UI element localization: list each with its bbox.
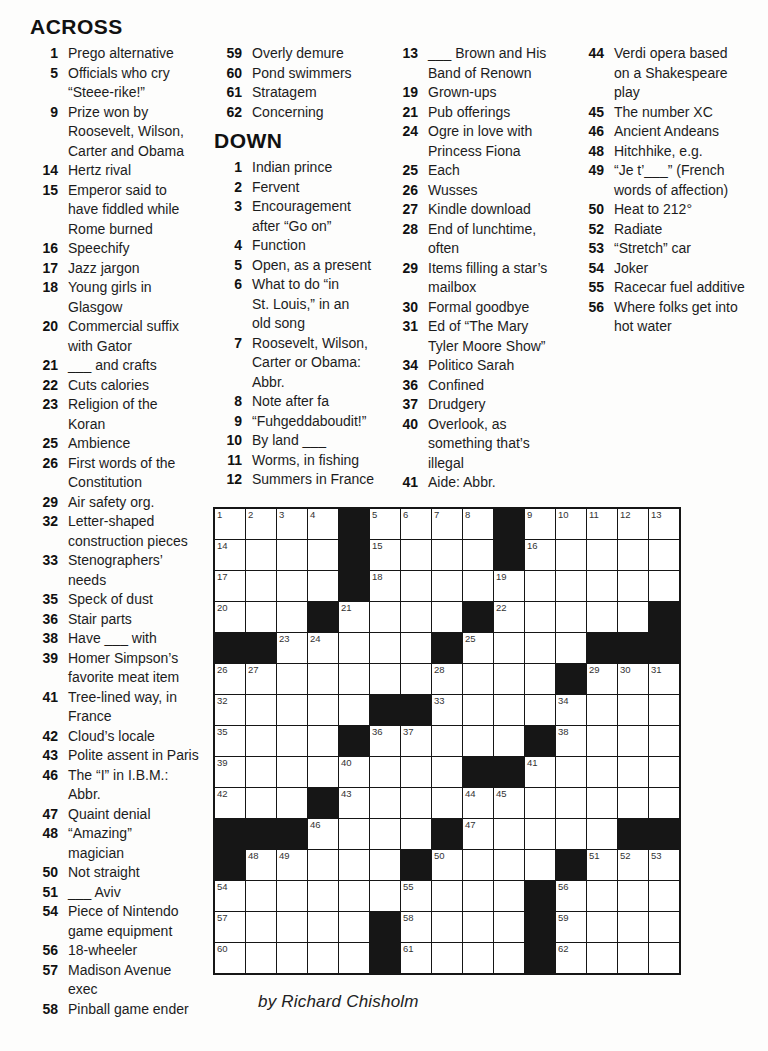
cell-number: 24 bbox=[310, 633, 321, 644]
grid-cell[interactable]: 23 bbox=[277, 633, 307, 663]
clue-item: 29Air safety org. bbox=[30, 493, 222, 513]
cell-number: 18 bbox=[372, 571, 383, 582]
grid-cell[interactable] bbox=[308, 664, 338, 694]
clue-text: Religion of the Koran bbox=[68, 395, 222, 434]
clue-number: 28 bbox=[390, 220, 418, 240]
cell-number: 25 bbox=[465, 633, 476, 644]
grid-cell[interactable] bbox=[339, 881, 369, 911]
grid-cell[interactable] bbox=[463, 695, 493, 725]
grid-cell[interactable] bbox=[308, 540, 338, 570]
clue-text: Hitchhike, e.g. bbox=[614, 142, 768, 162]
grid-cell[interactable] bbox=[339, 664, 369, 694]
grid-cell[interactable] bbox=[463, 881, 493, 911]
grid-cell[interactable] bbox=[339, 633, 369, 663]
cell-number: 33 bbox=[434, 695, 445, 706]
clue-number: 23 bbox=[30, 395, 58, 415]
clue-item: 39Homer Simpson’s favorite meat item bbox=[30, 649, 222, 688]
down-clues-part2: 13___ Brown and His Band of Renown19Grow… bbox=[390, 44, 574, 493]
grid-cell[interactable]: 51 bbox=[587, 850, 617, 880]
grid-cell[interactable] bbox=[339, 819, 369, 849]
grid-cell[interactable] bbox=[494, 726, 524, 756]
clue-text: Worms, in fishing bbox=[252, 451, 388, 471]
grid-cell[interactable] bbox=[339, 943, 369, 973]
grid-cell[interactable] bbox=[556, 757, 586, 787]
clue-item: 18Young girls in Glasgow bbox=[30, 278, 222, 317]
cell-number: 57 bbox=[217, 912, 228, 923]
clue-text: Heat to 212° bbox=[614, 200, 768, 220]
grid-cell[interactable] bbox=[494, 633, 524, 663]
grid-cell[interactable] bbox=[308, 757, 338, 787]
clue-number: 46 bbox=[30, 766, 58, 786]
grid-cell-black bbox=[339, 571, 369, 601]
grid-cell[interactable]: 52 bbox=[618, 850, 648, 880]
grid-cell[interactable] bbox=[556, 571, 586, 601]
grid-cell[interactable] bbox=[525, 664, 555, 694]
grid-cell[interactable]: 19 bbox=[494, 571, 524, 601]
clue-item: 61Stratagem bbox=[214, 83, 388, 103]
grid-cell[interactable] bbox=[401, 788, 431, 818]
grid-cell[interactable] bbox=[277, 726, 307, 756]
grid-cell[interactable]: 41 bbox=[525, 757, 555, 787]
clue-number: 36 bbox=[390, 376, 418, 396]
grid-cell[interactable]: 39 bbox=[215, 757, 245, 787]
grid-cell[interactable] bbox=[463, 943, 493, 973]
grid-cell[interactable]: 56 bbox=[556, 881, 586, 911]
grid-cell[interactable] bbox=[277, 943, 307, 973]
grid-cell[interactable] bbox=[525, 788, 555, 818]
grid-cell[interactable] bbox=[618, 881, 648, 911]
clue-item: 49“Je t’___” (French words of affection) bbox=[576, 161, 768, 200]
grid-cell[interactable] bbox=[308, 912, 338, 942]
grid-cell[interactable] bbox=[556, 788, 586, 818]
grid-cell[interactable] bbox=[618, 726, 648, 756]
grid-cell[interactable]: 61 bbox=[401, 943, 431, 973]
grid-cell[interactable]: 47 bbox=[463, 819, 493, 849]
clue-item: 38Have ___ with bbox=[30, 629, 222, 649]
grid-cell[interactable] bbox=[649, 695, 679, 725]
grid-cell[interactable] bbox=[494, 912, 524, 942]
grid-cell[interactable]: 60 bbox=[215, 943, 245, 973]
grid-cell[interactable] bbox=[308, 726, 338, 756]
grid-cell[interactable] bbox=[649, 881, 679, 911]
grid-cell[interactable]: 4 bbox=[308, 509, 338, 539]
grid-cell[interactable] bbox=[370, 850, 400, 880]
grid-cell[interactable] bbox=[649, 912, 679, 942]
clue-number: 39 bbox=[30, 649, 58, 669]
clue-text: Verdi opera based on a Shakespeare play bbox=[614, 44, 768, 103]
clue-number: 56 bbox=[30, 941, 58, 961]
clue-item: 33Stenographers’ needs bbox=[30, 551, 222, 590]
grid-cell[interactable]: 38 bbox=[556, 726, 586, 756]
clue-text: Open, as a present bbox=[252, 256, 388, 276]
grid-cell[interactable]: 26 bbox=[215, 664, 245, 694]
grid-cell[interactable] bbox=[494, 664, 524, 694]
grid-cell-black bbox=[370, 695, 400, 725]
grid-cell[interactable] bbox=[370, 881, 400, 911]
grid-cell[interactable] bbox=[401, 819, 431, 849]
clue-text: Pinball game ender bbox=[68, 1000, 222, 1020]
down-header: DOWN bbox=[214, 129, 388, 153]
cell-number: 49 bbox=[279, 850, 290, 861]
grid-cell[interactable] bbox=[246, 695, 276, 725]
grid-cell[interactable] bbox=[432, 571, 462, 601]
grid-cell-black bbox=[308, 602, 338, 632]
grid-cell[interactable] bbox=[432, 943, 462, 973]
grid-cell[interactable] bbox=[339, 912, 369, 942]
cell-number: 39 bbox=[217, 757, 228, 768]
grid-cell-black bbox=[649, 633, 679, 663]
grid-cell[interactable] bbox=[246, 881, 276, 911]
clue-item: 35Speck of dust bbox=[30, 590, 222, 610]
clue-item: 24Ogre in love with Princess Fiona bbox=[390, 122, 574, 161]
clue-number: 20 bbox=[30, 317, 58, 337]
cell-number: 56 bbox=[558, 881, 569, 892]
grid-cell-black bbox=[525, 912, 555, 942]
grid-cell[interactable]: 31 bbox=[649, 664, 679, 694]
grid-cell[interactable]: 28 bbox=[432, 664, 462, 694]
grid-cell[interactable] bbox=[463, 571, 493, 601]
grid-cell[interactable] bbox=[463, 540, 493, 570]
grid-cell[interactable] bbox=[370, 757, 400, 787]
grid-cell[interactable]: 22 bbox=[494, 602, 524, 632]
grid-cell[interactable] bbox=[618, 602, 648, 632]
grid-cell[interactable]: 62 bbox=[556, 943, 586, 973]
grid-cell[interactable] bbox=[494, 819, 524, 849]
grid-cell[interactable] bbox=[432, 602, 462, 632]
grid-cell[interactable] bbox=[618, 943, 648, 973]
grid-cell[interactable]: 20 bbox=[215, 602, 245, 632]
clue-text: Quaint denial bbox=[68, 805, 222, 825]
clue-number: 36 bbox=[30, 610, 58, 630]
clue-column-4: 44Verdi opera based on a Shakespeare pla… bbox=[576, 44, 768, 337]
grid-cell[interactable] bbox=[618, 912, 648, 942]
clue-number: 1 bbox=[214, 158, 242, 178]
grid-cell[interactable]: 17 bbox=[215, 571, 245, 601]
grid-cell[interactable] bbox=[525, 633, 555, 663]
grid-cell[interactable]: 55 bbox=[401, 881, 431, 911]
clue-item: 45The number XC bbox=[576, 103, 768, 123]
clue-number: 50 bbox=[576, 200, 604, 220]
clue-item: 59Overly demure bbox=[214, 44, 388, 64]
crossword-page: { "game": "crossword", "position": { "si… bbox=[0, 0, 768, 1051]
grid-cell[interactable]: 48 bbox=[246, 850, 276, 880]
grid-cell[interactable]: 30 bbox=[618, 664, 648, 694]
grid-cell[interactable]: 34 bbox=[556, 695, 586, 725]
grid-cell[interactable]: 50 bbox=[432, 850, 462, 880]
grid-cell-black bbox=[370, 943, 400, 973]
grid-cell[interactable] bbox=[556, 633, 586, 663]
clue-text: By land ___ bbox=[252, 431, 388, 451]
grid-cell[interactable] bbox=[401, 633, 431, 663]
grid-cell[interactable] bbox=[556, 819, 586, 849]
grid-cell[interactable] bbox=[463, 726, 493, 756]
clue-number: 26 bbox=[390, 181, 418, 201]
cell-number: 30 bbox=[620, 664, 631, 675]
grid-cell[interactable]: 6 bbox=[401, 509, 431, 539]
clue-item: 41Tree-lined way, in France bbox=[30, 688, 222, 727]
grid-cell[interactable] bbox=[556, 602, 586, 632]
grid-cell[interactable]: 40 bbox=[339, 757, 369, 787]
grid-cell[interactable]: 15 bbox=[370, 540, 400, 570]
grid-cell[interactable] bbox=[587, 757, 617, 787]
grid-cell[interactable]: 46 bbox=[308, 819, 338, 849]
grid-cell[interactable] bbox=[494, 943, 524, 973]
grid-cell[interactable] bbox=[618, 788, 648, 818]
grid-cell[interactable] bbox=[618, 571, 648, 601]
clue-text: Drudgery bbox=[428, 395, 574, 415]
clue-number: 6 bbox=[214, 275, 242, 295]
grid-cell[interactable]: 7 bbox=[432, 509, 462, 539]
cell-number: 34 bbox=[558, 695, 569, 706]
grid-cell[interactable] bbox=[587, 726, 617, 756]
grid-cell[interactable]: 12 bbox=[618, 509, 648, 539]
grid-cell[interactable] bbox=[618, 695, 648, 725]
clue-number: 41 bbox=[30, 688, 58, 708]
grid-cell[interactable] bbox=[277, 664, 307, 694]
grid-cell[interactable] bbox=[649, 788, 679, 818]
clue-item: 41Aide: Abbr. bbox=[390, 473, 574, 493]
grid-cell[interactable]: 53 bbox=[649, 850, 679, 880]
grid-cell[interactable] bbox=[246, 602, 276, 632]
clue-item: 13___ Brown and His Band of Renown bbox=[390, 44, 574, 83]
grid-cell[interactable] bbox=[277, 571, 307, 601]
clue-number: 48 bbox=[576, 142, 604, 162]
cell-number: 46 bbox=[310, 819, 321, 830]
grid-cell[interactable]: 24 bbox=[308, 633, 338, 663]
cell-number: 5 bbox=[372, 509, 377, 520]
clue-text: ___ Aviv bbox=[68, 883, 222, 903]
grid-cell[interactable] bbox=[618, 757, 648, 787]
clue-text: Each bbox=[428, 161, 574, 181]
grid-cell[interactable] bbox=[587, 695, 617, 725]
grid-cell[interactable] bbox=[277, 912, 307, 942]
grid-cell[interactable] bbox=[587, 540, 617, 570]
grid-cell[interactable]: 58 bbox=[401, 912, 431, 942]
grid-cell[interactable]: 42 bbox=[215, 788, 245, 818]
grid-cell[interactable] bbox=[246, 788, 276, 818]
cell-number: 8 bbox=[465, 509, 470, 520]
clue-item: 20Commercial suffix with Gator bbox=[30, 317, 222, 356]
cell-number: 27 bbox=[248, 664, 259, 675]
clue-item: 1Indian prince bbox=[214, 158, 388, 178]
clue-number: 34 bbox=[390, 356, 418, 376]
grid-cell[interactable] bbox=[432, 540, 462, 570]
grid-cell[interactable]: 5 bbox=[370, 509, 400, 539]
cell-number: 53 bbox=[651, 850, 662, 861]
clue-text: Letter-shaped construction pieces bbox=[68, 512, 222, 551]
cell-number: 19 bbox=[496, 571, 507, 582]
cell-number: 41 bbox=[527, 757, 538, 768]
grid-cell[interactable]: 25 bbox=[463, 633, 493, 663]
cell-number: 37 bbox=[403, 726, 414, 737]
grid-cell[interactable]: 16 bbox=[525, 540, 555, 570]
grid-cell[interactable] bbox=[587, 943, 617, 973]
clue-text: Air safety org. bbox=[68, 493, 222, 513]
clue-item: 29Items filling a star’s mailbox bbox=[390, 259, 574, 298]
across-clues-part1: 1Prego alternative5Officials who cry “St… bbox=[30, 44, 222, 1019]
grid-cell[interactable] bbox=[246, 757, 276, 787]
grid-cell[interactable] bbox=[308, 943, 338, 973]
grid-cell[interactable]: 37 bbox=[401, 726, 431, 756]
grid-cell[interactable] bbox=[463, 912, 493, 942]
grid-cell[interactable] bbox=[432, 757, 462, 787]
grid-cell[interactable] bbox=[308, 695, 338, 725]
grid-cell[interactable] bbox=[401, 540, 431, 570]
grid-cell[interactable] bbox=[246, 943, 276, 973]
clue-item: 22Cuts calories bbox=[30, 376, 222, 396]
grid-cell[interactable]: 27 bbox=[246, 664, 276, 694]
clue-number: 18 bbox=[30, 278, 58, 298]
clue-item: 21Pub offerings bbox=[390, 103, 574, 123]
grid-cell[interactable] bbox=[494, 695, 524, 725]
grid-cell[interactable] bbox=[277, 540, 307, 570]
grid-cell[interactable]: 9 bbox=[525, 509, 555, 539]
grid-cell-black bbox=[215, 633, 245, 663]
grid-cell[interactable]: 45 bbox=[494, 788, 524, 818]
clue-item: 36Confined bbox=[390, 376, 574, 396]
grid-cell[interactable]: 35 bbox=[215, 726, 245, 756]
grid-cell[interactable]: 13 bbox=[649, 509, 679, 539]
grid-cell[interactable] bbox=[587, 912, 617, 942]
grid-cell[interactable] bbox=[339, 850, 369, 880]
clue-item: 2Fervent bbox=[214, 178, 388, 198]
cell-number: 3 bbox=[279, 509, 284, 520]
cell-number: 26 bbox=[217, 664, 228, 675]
clue-text: Politico Sarah bbox=[428, 356, 574, 376]
grid-cell[interactable] bbox=[246, 571, 276, 601]
grid-cell[interactable]: 18 bbox=[370, 571, 400, 601]
grid-cell[interactable] bbox=[246, 912, 276, 942]
clue-text: Note after fa bbox=[252, 392, 388, 412]
cell-number: 45 bbox=[496, 788, 507, 799]
clue-number: 17 bbox=[30, 259, 58, 279]
cell-number: 60 bbox=[217, 943, 228, 954]
grid-cell[interactable]: 59 bbox=[556, 912, 586, 942]
grid-cell[interactable]: 2 bbox=[246, 509, 276, 539]
grid-cell[interactable] bbox=[587, 819, 617, 849]
grid-cell[interactable]: 1 bbox=[215, 509, 245, 539]
grid-cell[interactable] bbox=[618, 540, 648, 570]
grid-cell[interactable] bbox=[308, 881, 338, 911]
grid-cell[interactable] bbox=[525, 819, 555, 849]
grid-cell[interactable] bbox=[370, 664, 400, 694]
grid-cell[interactable] bbox=[277, 602, 307, 632]
byline: by Richard Chisholm bbox=[258, 992, 419, 1012]
grid-cell[interactable] bbox=[556, 540, 586, 570]
grid-cell[interactable] bbox=[246, 540, 276, 570]
grid-cell[interactable] bbox=[432, 912, 462, 942]
clue-item: 55Racecar fuel additive bbox=[576, 278, 768, 298]
grid-cell[interactable]: 44 bbox=[463, 788, 493, 818]
grid-cell[interactable] bbox=[370, 602, 400, 632]
grid-cell[interactable] bbox=[432, 788, 462, 818]
grid-cell[interactable] bbox=[308, 850, 338, 880]
cell-number: 16 bbox=[527, 540, 538, 551]
grid-cell[interactable] bbox=[649, 943, 679, 973]
grid-cell[interactable]: 3 bbox=[277, 509, 307, 539]
grid-cell[interactable] bbox=[308, 571, 338, 601]
grid-cell[interactable] bbox=[401, 664, 431, 694]
grid-cell[interactable] bbox=[525, 571, 555, 601]
grid-cell[interactable] bbox=[587, 571, 617, 601]
grid-cell[interactable]: 57 bbox=[215, 912, 245, 942]
grid-cell[interactable] bbox=[370, 819, 400, 849]
clue-item: 12Summers in France bbox=[214, 470, 388, 490]
grid-cell-black bbox=[401, 850, 431, 880]
grid-cell[interactable] bbox=[277, 881, 307, 911]
grid-cell[interactable] bbox=[649, 571, 679, 601]
clue-text: What to do “in St. Louis,” in an old son… bbox=[252, 275, 388, 334]
grid-cell[interactable]: 29 bbox=[587, 664, 617, 694]
clue-text: Radiate bbox=[614, 220, 768, 240]
grid-cell[interactable]: 36 bbox=[370, 726, 400, 756]
clue-number: 29 bbox=[30, 493, 58, 513]
clue-text: End of lunchtime, often bbox=[428, 220, 574, 259]
clue-text: Wusses bbox=[428, 181, 574, 201]
grid-cell[interactable] bbox=[587, 788, 617, 818]
grid-cell[interactable]: 43 bbox=[339, 788, 369, 818]
grid-cell[interactable] bbox=[649, 726, 679, 756]
grid-cell[interactable] bbox=[432, 881, 462, 911]
grid-cell[interactable]: 8 bbox=[463, 509, 493, 539]
grid-cell[interactable]: 21 bbox=[339, 602, 369, 632]
grid-cell[interactable]: 11 bbox=[587, 509, 617, 539]
grid-cell[interactable] bbox=[432, 726, 462, 756]
grid-cell[interactable] bbox=[649, 540, 679, 570]
grid-cell[interactable] bbox=[277, 788, 307, 818]
grid-cell[interactable] bbox=[587, 881, 617, 911]
grid-cell[interactable]: 32 bbox=[215, 695, 245, 725]
grid-cell[interactable] bbox=[463, 664, 493, 694]
grid-cell[interactable] bbox=[525, 850, 555, 880]
across-clues-part2: 59Overly demure60Pond swimmers61Stratage… bbox=[214, 44, 388, 122]
grid-cell[interactable] bbox=[401, 602, 431, 632]
clue-item: 40Overlook, as something that’s illegal bbox=[390, 415, 574, 474]
grid-cell[interactable]: 14 bbox=[215, 540, 245, 570]
grid-cell[interactable]: 49 bbox=[277, 850, 307, 880]
grid-cell[interactable] bbox=[525, 602, 555, 632]
grid-cell-black bbox=[649, 819, 679, 849]
clue-number: 54 bbox=[30, 902, 58, 922]
clue-number: 53 bbox=[576, 239, 604, 259]
grid-cell[interactable] bbox=[370, 633, 400, 663]
grid-cell[interactable] bbox=[649, 757, 679, 787]
grid-cell[interactable] bbox=[587, 602, 617, 632]
grid-cell[interactable] bbox=[277, 695, 307, 725]
grid-cell[interactable]: 33 bbox=[432, 695, 462, 725]
grid-cell[interactable] bbox=[401, 571, 431, 601]
grid-cell[interactable]: 54 bbox=[215, 881, 245, 911]
grid-cell[interactable] bbox=[494, 881, 524, 911]
clue-item: 62Concerning bbox=[214, 103, 388, 123]
grid-cell[interactable] bbox=[525, 695, 555, 725]
grid-cell[interactable] bbox=[277, 757, 307, 787]
grid-cell[interactable] bbox=[463, 850, 493, 880]
clue-text: “Stretch” car bbox=[614, 239, 768, 259]
clue-item: 42Cloud’s locale bbox=[30, 727, 222, 747]
clue-text: Prize won by Roosevelt, Wilson, Carter a… bbox=[68, 103, 222, 162]
clue-item: 46Ancient Andeans bbox=[576, 122, 768, 142]
clue-number: 62 bbox=[214, 103, 242, 123]
grid-cell[interactable] bbox=[246, 726, 276, 756]
grid-cell[interactable] bbox=[494, 850, 524, 880]
grid-cell[interactable] bbox=[401, 757, 431, 787]
grid-cell[interactable] bbox=[370, 788, 400, 818]
grid-cell[interactable]: 10 bbox=[556, 509, 586, 539]
grid-cell[interactable] bbox=[339, 695, 369, 725]
clue-number: 3 bbox=[214, 197, 242, 217]
clue-number: 25 bbox=[390, 161, 418, 181]
